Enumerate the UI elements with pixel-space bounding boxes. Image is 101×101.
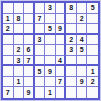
cell-r7c4[interactable]: 5 [35, 66, 46, 77]
cell-r2c8[interactable]: 2 [77, 14, 88, 25]
cell-r4c8[interactable]: 4 [77, 35, 88, 46]
cell-r1c4[interactable] [35, 3, 46, 14]
cell-r3c4[interactable] [35, 24, 46, 35]
cell-r1c5[interactable]: 3 [45, 3, 56, 14]
cell-r5c8[interactable]: 5 [77, 45, 88, 56]
cell-r2c2[interactable]: 8 [14, 14, 25, 25]
cell-r2c7[interactable] [66, 14, 77, 25]
cell-r2c3[interactable] [24, 14, 35, 25]
cell-r5c1[interactable] [3, 45, 14, 56]
cell-r4c2[interactable] [14, 35, 25, 46]
cell-r7c9[interactable]: 1 [87, 66, 98, 77]
cell-r8c2[interactable]: 1 [14, 77, 25, 88]
cell-r7c1[interactable] [3, 66, 14, 77]
cell-r2c6[interactable] [56, 14, 67, 25]
cell-r9c1[interactable]: 7 [3, 87, 14, 98]
cell-r1c9[interactable]: 5 [87, 3, 98, 14]
cell-r9c6[interactable] [56, 87, 67, 98]
cell-r3c1[interactable]: 2 [3, 24, 14, 35]
cell-r1c6[interactable] [56, 3, 67, 14]
cell-r1c8[interactable] [77, 3, 88, 14]
cell-r8c6[interactable]: 7 [56, 77, 67, 88]
cell-r9c5[interactable]: 1 [45, 87, 56, 98]
cell-r1c3[interactable] [24, 3, 35, 14]
cell-r3c8[interactable] [77, 24, 88, 35]
cell-r7c7[interactable] [66, 66, 77, 77]
cell-r6c4[interactable] [35, 56, 46, 67]
cell-r6c2[interactable]: 3 [14, 56, 25, 67]
cell-r4c7[interactable]: 2 [66, 35, 77, 46]
cell-r2c4[interactable]: 7 [35, 14, 46, 25]
sudoku-board: 385187225932426353745911792791 [1, 1, 100, 100]
cell-r4c9[interactable] [87, 35, 98, 46]
cell-r1c2[interactable] [14, 3, 25, 14]
cell-r7c3[interactable] [24, 66, 35, 77]
cell-r7c2[interactable] [14, 66, 25, 77]
cell-r6c3[interactable]: 7 [24, 56, 35, 67]
cell-r4c6[interactable] [56, 35, 67, 46]
cell-r6c8[interactable] [77, 56, 88, 67]
cell-r2c5[interactable] [45, 14, 56, 25]
cell-r4c4[interactable]: 3 [35, 35, 46, 46]
cell-r8c9[interactable]: 2 [87, 77, 98, 88]
cell-r5c4[interactable] [35, 45, 46, 56]
cell-r4c1[interactable] [3, 35, 14, 46]
cell-r6c7[interactable] [66, 56, 77, 67]
cell-r9c9[interactable] [87, 87, 98, 98]
cell-r4c5[interactable] [45, 35, 56, 46]
cell-r3c5[interactable]: 5 [45, 24, 56, 35]
cell-r8c5[interactable] [45, 77, 56, 88]
cell-r3c3[interactable] [24, 24, 35, 35]
cell-r8c7[interactable] [66, 77, 77, 88]
cell-r1c7[interactable]: 8 [66, 3, 77, 14]
cell-r2c9[interactable] [87, 14, 98, 25]
cell-r5c5[interactable] [45, 45, 56, 56]
cell-r5c7[interactable]: 3 [66, 45, 77, 56]
cell-r9c8[interactable] [77, 87, 88, 98]
cell-r3c7[interactable] [66, 24, 77, 35]
cell-r2c1[interactable]: 1 [3, 14, 14, 25]
cell-r9c2[interactable] [14, 87, 25, 98]
cell-r3c2[interactable] [14, 24, 25, 35]
cell-r8c8[interactable]: 9 [77, 77, 88, 88]
cell-r7c5[interactable]: 9 [45, 66, 56, 77]
cell-r9c3[interactable]: 9 [24, 87, 35, 98]
cell-r8c1[interactable] [3, 77, 14, 88]
cell-r8c3[interactable] [24, 77, 35, 88]
page-background: 385187225932426353745911792791 [0, 0, 101, 101]
cell-r6c9[interactable] [87, 56, 98, 67]
cell-r3c6[interactable]: 9 [56, 24, 67, 35]
cell-r8c4[interactable] [35, 77, 46, 88]
cell-r9c7[interactable] [66, 87, 77, 98]
cell-r7c8[interactable] [77, 66, 88, 77]
cell-r5c2[interactable]: 2 [14, 45, 25, 56]
cell-r7c6[interactable] [56, 66, 67, 77]
cell-r6c5[interactable] [45, 56, 56, 67]
cell-r5c6[interactable] [56, 45, 67, 56]
cell-r3c9[interactable] [87, 24, 98, 35]
cell-r5c9[interactable] [87, 45, 98, 56]
cell-r1c1[interactable] [3, 3, 14, 14]
cell-r5c3[interactable]: 6 [24, 45, 35, 56]
cell-r6c1[interactable] [3, 56, 14, 67]
cell-r9c4[interactable] [35, 87, 46, 98]
cell-r4c3[interactable] [24, 35, 35, 46]
cell-r6c6[interactable]: 4 [56, 56, 67, 67]
